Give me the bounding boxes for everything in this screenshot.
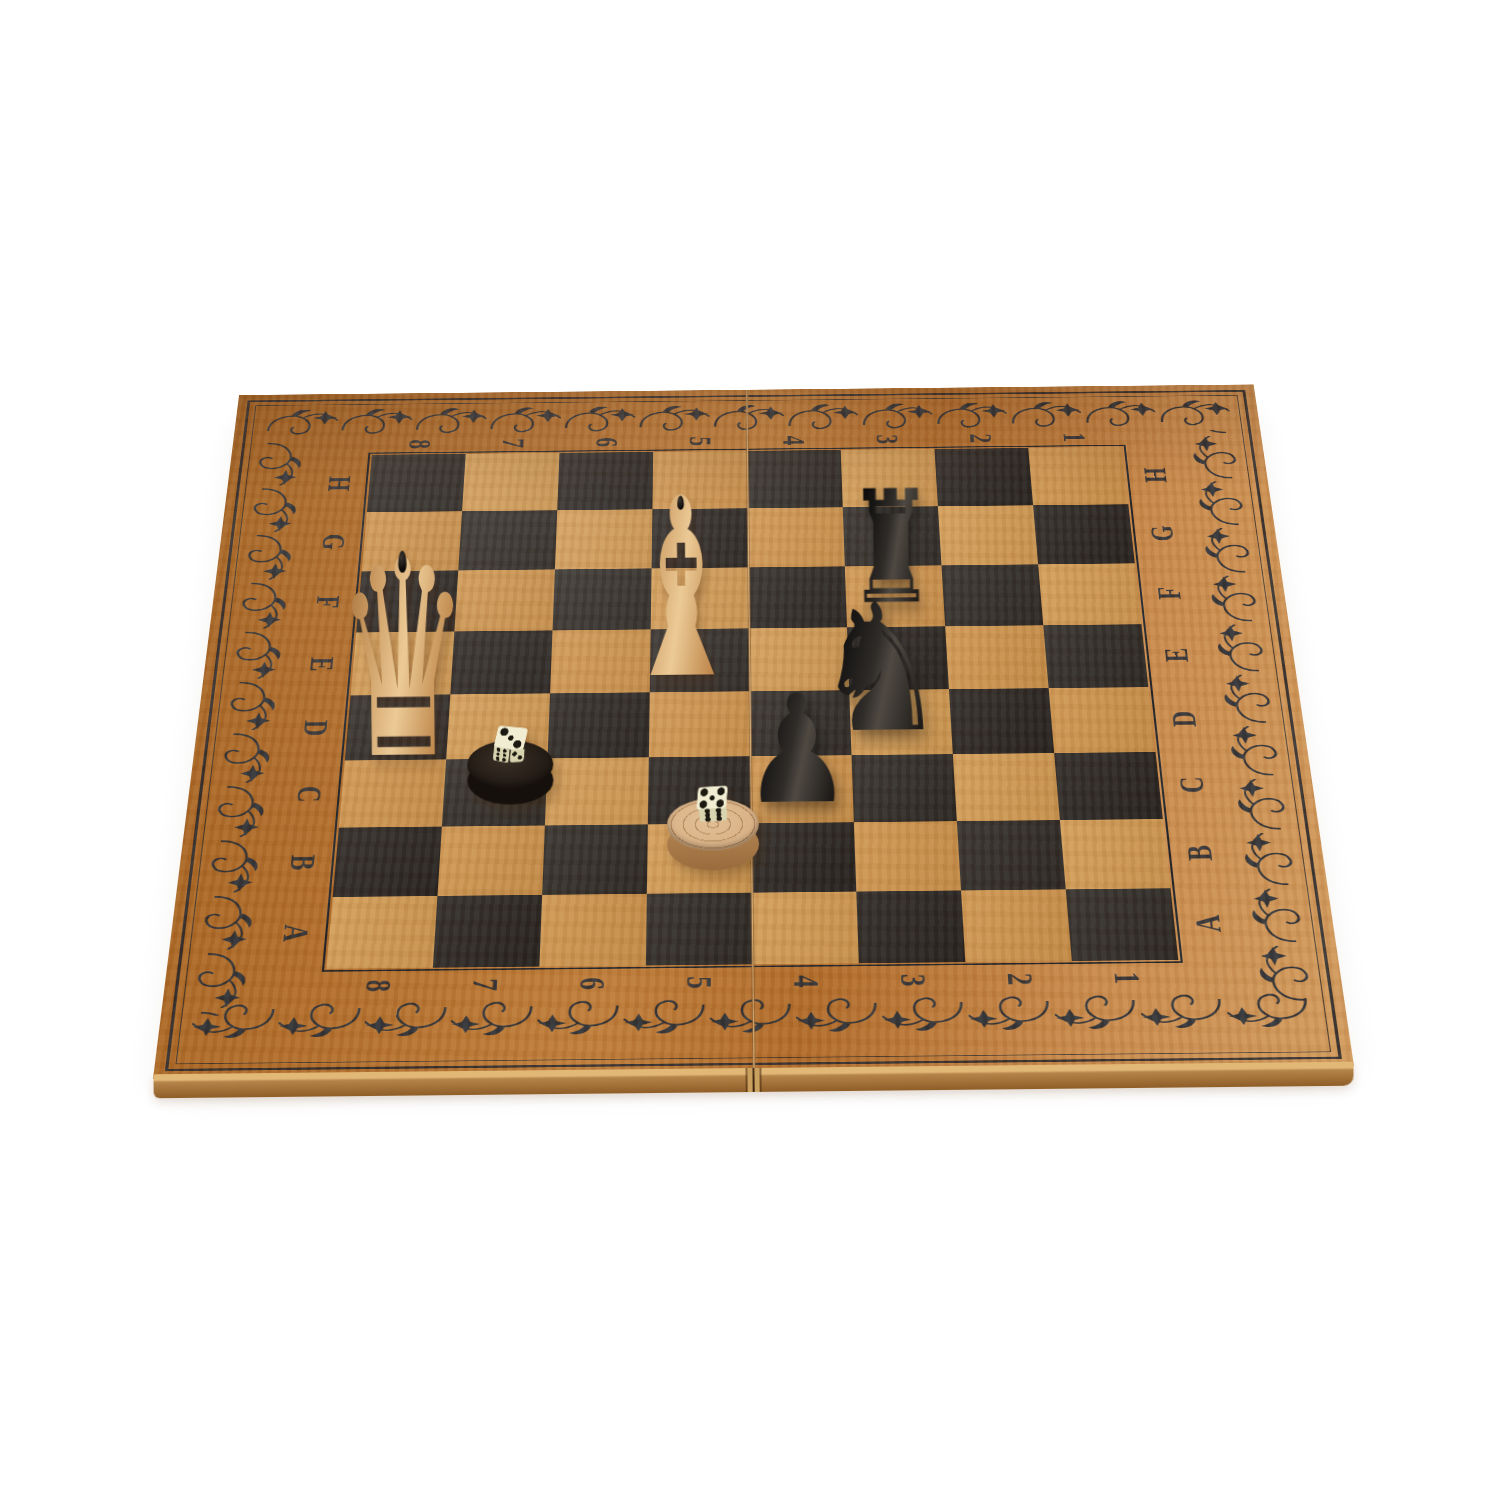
square-f1 [1038, 563, 1141, 625]
black-finial-tip [398, 550, 406, 572]
square-e1 [1043, 624, 1148, 688]
square-b7 [437, 825, 544, 895]
square-a2 [961, 889, 1072, 962]
square-d1 [1049, 687, 1156, 753]
rank-label-top-1: 1 [1056, 432, 1092, 442]
rank-label-top-7: 7 [495, 438, 531, 448]
rank-label-bottom-3: 3 [892, 974, 933, 987]
rank-label-bottom-5: 5 [679, 976, 720, 989]
square-b8 [333, 827, 442, 897]
file-label-right-A: A [1187, 914, 1229, 932]
square-a4 [752, 892, 859, 965]
die-front-left-face [492, 746, 509, 763]
white-bishop: ♝ [619, 465, 744, 714]
rank-label-top-8: 8 [401, 439, 437, 449]
square-a5 [646, 893, 752, 966]
square-d2 [949, 688, 1054, 754]
file-label-right-D: D [1164, 711, 1204, 727]
rank-label-bottom-7: 7 [465, 978, 506, 991]
square-h4 [747, 450, 843, 508]
board-scene: 8765432187654321HGFEDCBAHGFEDCBA ♛♝♜♞♟ [0, 0, 1500, 1499]
file-label-left-A: A [275, 924, 317, 942]
square-h2 [934, 448, 1033, 506]
square-g2 [938, 505, 1038, 565]
square-a7 [433, 895, 542, 968]
file-label-left-D: D [296, 720, 336, 736]
square-a6 [539, 894, 647, 967]
square-b2 [957, 820, 1066, 890]
die-top-3 [491, 725, 529, 768]
file-label-right-B: B [1179, 845, 1220, 861]
rank-label-top-2: 2 [963, 433, 999, 443]
square-g1 [1033, 504, 1135, 564]
dark-checker [467, 740, 554, 805]
square-g7 [458, 510, 557, 570]
rank-label-bottom-2: 2 [999, 973, 1041, 986]
file-label-right-H: H [1137, 467, 1175, 483]
die-front-right-face [509, 749, 524, 763]
rank-label-bottom-4: 4 [786, 975, 827, 988]
file-label-left-H: H [321, 476, 358, 492]
square-a3 [856, 890, 965, 963]
file-label-left-C: C [289, 786, 329, 803]
square-h1 [1028, 447, 1128, 505]
rank-label-bottom-6: 6 [572, 977, 613, 990]
light-checker [667, 798, 760, 871]
square-c1 [1054, 752, 1163, 820]
rank-label-top-4: 4 [776, 435, 812, 445]
rank-label-bottom-1: 1 [1106, 972, 1148, 985]
square-b1 [1060, 819, 1171, 889]
die-front-face [699, 808, 728, 823]
square-e2 [945, 625, 1048, 689]
file-label-right-G: G [1143, 525, 1181, 541]
file-label-right-F: F [1150, 587, 1189, 600]
square-c6 [545, 757, 649, 825]
square-g4 [748, 507, 845, 567]
square-a8 [326, 896, 437, 969]
square-h7 [462, 453, 559, 511]
square-b3 [854, 821, 961, 891]
square-f2 [941, 564, 1043, 626]
file-label-left-B: B [282, 854, 323, 870]
white-queen: ♛ [335, 524, 472, 798]
die-top-5 [695, 786, 731, 828]
rank-label-bottom-8: 8 [357, 979, 399, 992]
square-b6 [542, 824, 648, 894]
black-finial-tip [677, 495, 684, 509]
file-label-right-C: C [1171, 776, 1212, 793]
rank-label-top-3: 3 [869, 434, 905, 444]
pieces-layer: ♛♝♜♞♟ [0, 0, 1492, 8]
square-a1 [1066, 888, 1179, 961]
file-label-right-E: E [1157, 648, 1196, 663]
square-c2 [953, 753, 1060, 821]
front-hinge-gap [745, 1068, 761, 1092]
